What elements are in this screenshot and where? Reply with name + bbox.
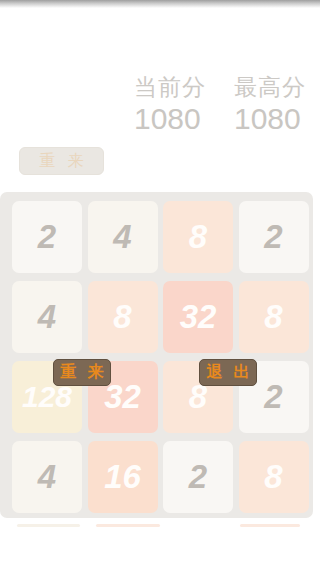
tile-8: 8 (163, 201, 233, 273)
tile-reflection (240, 524, 300, 527)
best-score-block: 最高分 1080 (234, 74, 306, 137)
tile-reflection (96, 524, 160, 527)
tile-32: 32 (163, 281, 233, 353)
restart-button-ghost[interactable]: 重来 (19, 147, 104, 175)
app-screen: 当前分 1080 最高分 1080 重来 2482483281283282416… (0, 0, 320, 569)
best-score-label: 最高分 (234, 74, 306, 101)
tile-16: 16 (88, 441, 158, 513)
restart-button-label: 重来 (61, 362, 115, 383)
current-score-label: 当前分 (134, 74, 206, 101)
tile-4: 4 (12, 281, 82, 353)
tile-reflection (17, 524, 80, 527)
tile-8: 8 (239, 281, 309, 353)
best-score-value: 1080 (234, 101, 306, 137)
restart-button-ghost-label: 重来 (40, 151, 96, 172)
tile-2: 2 (163, 441, 233, 513)
current-score-block: 当前分 1080 (134, 74, 206, 137)
statusbar-shadow (0, 0, 320, 8)
tile-2: 2 (12, 201, 82, 273)
restart-button[interactable]: 重来 (53, 359, 111, 386)
game-board[interactable]: 248248328128328241628 (0, 192, 313, 518)
tile-4: 4 (12, 441, 82, 513)
exit-button[interactable]: 退出 (199, 359, 257, 386)
tile-2: 2 (239, 201, 309, 273)
exit-button-label: 退出 (207, 362, 261, 383)
tile-4: 4 (88, 201, 158, 273)
tile-8: 8 (239, 441, 309, 513)
tile-8: 8 (88, 281, 158, 353)
current-score-value: 1080 (134, 101, 206, 137)
